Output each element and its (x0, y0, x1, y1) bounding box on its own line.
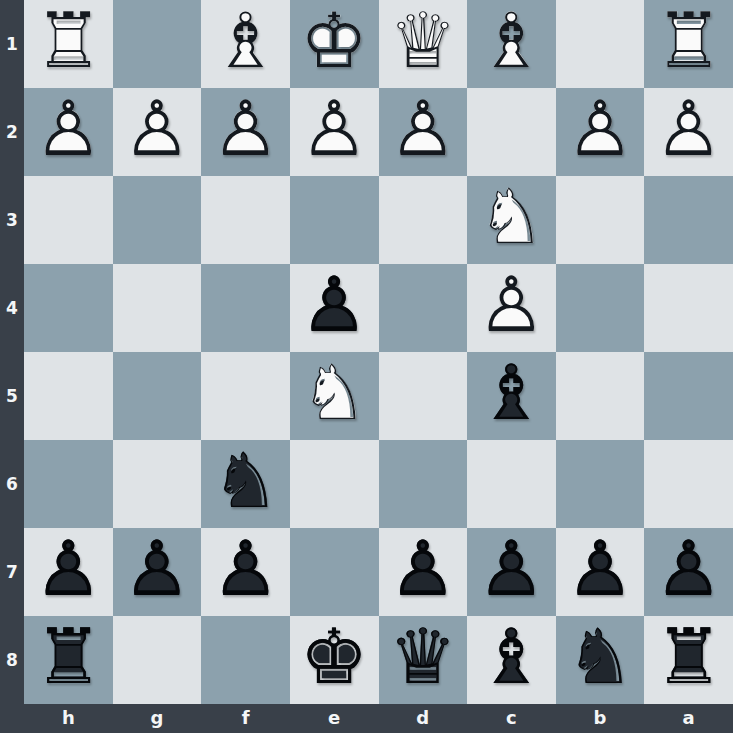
square-b1[interactable] (556, 0, 645, 88)
square-b6[interactable] (556, 440, 645, 528)
square-c3[interactable]: ♞♘ (467, 176, 556, 264)
white-king-piece: ♚♔ (290, 0, 379, 88)
white-pawn-glyph-outline: ♙ (477, 261, 545, 349)
file-label-h: h (24, 704, 113, 733)
white-pawn-glyph-outline: ♙ (389, 85, 457, 173)
square-g3[interactable] (113, 176, 202, 264)
square-h5[interactable] (24, 352, 113, 440)
black-pawn-piece: ♟♙ (644, 528, 733, 616)
black-pawn-piece: ♟♙ (467, 528, 556, 616)
black-knight-piece: ♞♘ (556, 616, 645, 704)
black-pawn-glyph-outline: ♙ (300, 261, 368, 349)
square-a7[interactable]: ♟♙ (644, 528, 733, 616)
square-d1[interactable]: ♛♕ (379, 0, 468, 88)
white-rook-glyph-outline: ♖ (34, 0, 102, 85)
black-pawn-glyph-outline: ♙ (211, 525, 279, 613)
square-a3[interactable] (644, 176, 733, 264)
rank-labels-gutter: 12345678 (0, 0, 24, 733)
rank-label-7: 7 (0, 528, 24, 616)
square-d7[interactable]: ♟♙ (379, 528, 468, 616)
square-g8[interactable] (113, 616, 202, 704)
black-pawn-piece: ♟♙ (290, 264, 379, 352)
file-label-e: e (290, 704, 379, 733)
white-pawn-piece: ♟♙ (290, 88, 379, 176)
white-queen-piece: ♛♕ (379, 0, 468, 88)
black-bishop-piece: ♝♗ (467, 616, 556, 704)
rank-label-2: 2 (0, 88, 24, 176)
black-queen-glyph-outline: ♕ (389, 613, 457, 701)
square-h8[interactable]: ♜♖ (24, 616, 113, 704)
square-a1[interactable]: ♜♖ (644, 0, 733, 88)
white-bishop-piece: ♝♗ (467, 0, 556, 88)
square-e6[interactable] (290, 440, 379, 528)
file-label-f: f (201, 704, 290, 733)
square-b8[interactable]: ♞♘ (556, 616, 645, 704)
square-g2[interactable]: ♟♙ (113, 88, 202, 176)
square-c2[interactable] (467, 88, 556, 176)
square-g1[interactable] (113, 0, 202, 88)
black-pawn-piece: ♟♙ (201, 528, 290, 616)
square-g6[interactable] (113, 440, 202, 528)
square-d8[interactable]: ♛♕ (379, 616, 468, 704)
rank-label-6: 6 (0, 440, 24, 528)
square-f4[interactable] (201, 264, 290, 352)
square-h1[interactable]: ♜♖ (24, 0, 113, 88)
rank-label-5: 5 (0, 352, 24, 440)
rank-label-8: 8 (0, 616, 24, 704)
black-pawn-glyph-outline: ♙ (123, 525, 191, 613)
black-pawn-glyph-outline: ♙ (566, 525, 634, 613)
white-knight-piece: ♞♘ (467, 176, 556, 264)
black-pawn-glyph-outline: ♙ (655, 525, 723, 613)
chess-diagram: 12345678 ♜♖♝♗♚♔♛♕♝♗♜♖♟♙♟♙♟♙♟♙♟♙♟♙♟♙♞♘♟♙♟… (0, 0, 733, 733)
black-rook-glyph-outline: ♖ (655, 613, 723, 701)
square-h2[interactable]: ♟♙ (24, 88, 113, 176)
square-e7[interactable] (290, 528, 379, 616)
square-d5[interactable] (379, 352, 468, 440)
square-h7[interactable]: ♟♙ (24, 528, 113, 616)
black-rook-piece: ♜♖ (24, 616, 113, 704)
black-queen-piece: ♛♕ (379, 616, 468, 704)
square-f7[interactable]: ♟♙ (201, 528, 290, 616)
white-pawn-piece: ♟♙ (467, 264, 556, 352)
white-pawn-glyph-outline: ♙ (123, 85, 191, 173)
square-d4[interactable] (379, 264, 468, 352)
white-queen-glyph-outline: ♕ (389, 0, 457, 85)
square-d6[interactable] (379, 440, 468, 528)
rank-label-1: 1 (0, 0, 24, 88)
square-h6[interactable] (24, 440, 113, 528)
square-g4[interactable] (113, 264, 202, 352)
white-pawn-glyph-outline: ♙ (34, 85, 102, 173)
white-pawn-glyph-outline: ♙ (566, 85, 634, 173)
black-knight-piece: ♞♘ (201, 440, 290, 528)
white-knight-glyph-outline: ♘ (300, 349, 368, 437)
square-f8[interactable] (201, 616, 290, 704)
black-pawn-piece: ♟♙ (556, 528, 645, 616)
black-bishop-piece: ♝♗ (467, 352, 556, 440)
white-knight-piece: ♞♘ (290, 352, 379, 440)
square-e3[interactable] (290, 176, 379, 264)
white-rook-piece: ♜♖ (24, 0, 113, 88)
white-bishop-glyph-outline: ♗ (211, 0, 279, 85)
square-b2[interactable]: ♟♙ (556, 88, 645, 176)
square-d2[interactable]: ♟♙ (379, 88, 468, 176)
square-e4[interactable]: ♟♙ (290, 264, 379, 352)
square-f6[interactable]: ♞♘ (201, 440, 290, 528)
black-king-piece: ♚♔ (290, 616, 379, 704)
square-d3[interactable] (379, 176, 468, 264)
white-pawn-piece: ♟♙ (556, 88, 645, 176)
white-pawn-piece: ♟♙ (379, 88, 468, 176)
square-c5[interactable]: ♝♗ (467, 352, 556, 440)
file-label-d: d (379, 704, 468, 733)
square-h3[interactable] (24, 176, 113, 264)
rank-label-3: 3 (0, 176, 24, 264)
file-labels-bar: hgfedcba (24, 704, 733, 733)
black-bishop-glyph-outline: ♗ (477, 613, 545, 701)
square-e8[interactable]: ♚♔ (290, 616, 379, 704)
square-f1[interactable]: ♝♗ (201, 0, 290, 88)
square-g7[interactable]: ♟♙ (113, 528, 202, 616)
black-bishop-glyph-outline: ♗ (477, 349, 545, 437)
black-king-glyph-outline: ♔ (300, 613, 368, 701)
square-a2[interactable]: ♟♙ (644, 88, 733, 176)
white-knight-glyph-outline: ♘ (477, 173, 545, 261)
white-rook-glyph-outline: ♖ (655, 0, 723, 85)
file-label-b: b (556, 704, 645, 733)
white-pawn-piece: ♟♙ (644, 88, 733, 176)
square-c6[interactable] (467, 440, 556, 528)
square-c7[interactable]: ♟♙ (467, 528, 556, 616)
file-label-c: c (467, 704, 556, 733)
white-king-glyph-outline: ♔ (300, 0, 368, 85)
black-knight-glyph-outline: ♘ (211, 437, 279, 525)
square-f2[interactable]: ♟♙ (201, 88, 290, 176)
black-rook-piece: ♜♖ (644, 616, 733, 704)
square-c1[interactable]: ♝♗ (467, 0, 556, 88)
square-e5[interactable]: ♞♘ (290, 352, 379, 440)
square-b7[interactable]: ♟♙ (556, 528, 645, 616)
square-e1[interactable]: ♚♔ (290, 0, 379, 88)
white-pawn-glyph-outline: ♙ (300, 85, 368, 173)
black-knight-glyph-outline: ♘ (566, 613, 634, 701)
square-a8[interactable]: ♜♖ (644, 616, 733, 704)
square-e2[interactable]: ♟♙ (290, 88, 379, 176)
rank-label-4: 4 (0, 264, 24, 352)
square-c8[interactable]: ♝♗ (467, 616, 556, 704)
white-bishop-glyph-outline: ♗ (477, 0, 545, 85)
square-b3[interactable] (556, 176, 645, 264)
square-f5[interactable] (201, 352, 290, 440)
black-pawn-piece: ♟♙ (379, 528, 468, 616)
white-pawn-piece: ♟♙ (113, 88, 202, 176)
square-b5[interactable] (556, 352, 645, 440)
file-label-g: g (113, 704, 202, 733)
white-pawn-glyph-outline: ♙ (655, 85, 723, 173)
black-pawn-glyph-outline: ♙ (477, 525, 545, 613)
square-f3[interactable] (201, 176, 290, 264)
square-a4[interactable] (644, 264, 733, 352)
chess-board: ♜♖♝♗♚♔♛♕♝♗♜♖♟♙♟♙♟♙♟♙♟♙♟♙♟♙♞♘♟♙♟♙♞♘♝♗♞♘♟♙… (24, 0, 733, 704)
black-pawn-piece: ♟♙ (24, 528, 113, 616)
file-label-a: a (644, 704, 733, 733)
white-rook-piece: ♜♖ (644, 0, 733, 88)
black-rook-glyph-outline: ♖ (34, 613, 102, 701)
square-h4[interactable] (24, 264, 113, 352)
black-pawn-piece: ♟♙ (113, 528, 202, 616)
white-bishop-piece: ♝♗ (201, 0, 290, 88)
white-pawn-piece: ♟♙ (24, 88, 113, 176)
white-pawn-glyph-outline: ♙ (211, 85, 279, 173)
white-pawn-piece: ♟♙ (201, 88, 290, 176)
black-pawn-glyph-outline: ♙ (34, 525, 102, 613)
square-a5[interactable] (644, 352, 733, 440)
square-b4[interactable] (556, 264, 645, 352)
square-g5[interactable] (113, 352, 202, 440)
square-a6[interactable] (644, 440, 733, 528)
black-pawn-glyph-outline: ♙ (389, 525, 457, 613)
square-c4[interactable]: ♟♙ (467, 264, 556, 352)
